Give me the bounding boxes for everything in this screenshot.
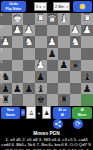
share-button[interactable] xyxy=(53,119,63,129)
piece-bB[interactable]: ♝ xyxy=(83,72,92,82)
flip-sides-button[interactable]: Undo Flip Sides xyxy=(1,1,26,12)
square-d8[interactable] xyxy=(47,94,59,106)
ai-move-button[interactable]: AI Move xyxy=(72,107,92,119)
square-h7[interactable]: 7♟ xyxy=(0,83,12,95)
square-g3[interactable] xyxy=(12,36,24,48)
square-h2[interactable]: 2 xyxy=(0,25,12,37)
square-g5[interactable] xyxy=(12,60,24,72)
square-e8[interactable]: ♚ xyxy=(35,94,47,106)
square-a8[interactable] xyxy=(81,94,93,106)
square-e4[interactable] xyxy=(35,48,47,60)
square-c7[interactable] xyxy=(58,83,70,95)
piece-bP[interactable]: ♟ xyxy=(13,83,22,93)
piece-wQ[interactable]: ♛ xyxy=(48,14,57,24)
piece-bK[interactable]: ♚ xyxy=(36,95,45,105)
square-c2[interactable] xyxy=(58,25,70,37)
icon-row: ⟳ xyxy=(0,119,93,130)
ai-vs-ai-label-2: AI xyxy=(61,113,64,118)
rank-label: 5 xyxy=(1,60,3,64)
share-icon xyxy=(55,121,61,127)
hint-button[interactable] xyxy=(73,1,92,12)
square-e5[interactable]: ♟ xyxy=(35,60,47,72)
top-toolbar: Undo Flip Sides 5 s ▾ 2 Min ▾ xyxy=(0,0,93,13)
square-b5[interactable]: ♛ xyxy=(70,60,82,72)
refresh-icon: ⟳ xyxy=(75,121,80,128)
rank-label: 2 xyxy=(1,25,3,29)
piece-bQ[interactable]: ♛ xyxy=(71,60,80,70)
square-b1[interactable] xyxy=(70,13,82,25)
white-piece-spinner[interactable]: ♙ xyxy=(26,106,36,119)
square-c6[interactable] xyxy=(58,71,70,83)
square-g6[interactable] xyxy=(12,71,24,83)
square-b8[interactable] xyxy=(70,94,82,106)
rank-label: 4 xyxy=(1,48,3,52)
square-h4[interactable]: 4 xyxy=(0,48,12,60)
square-f4[interactable] xyxy=(23,48,35,60)
square-d5[interactable] xyxy=(47,60,59,72)
black-pawn-icon: ♟ xyxy=(44,109,49,116)
pgn-line: d3 Bd6 10. Nbd2 Nh6 11. Re1 Ba6 12. h3 c… xyxy=(0,148,93,150)
piece-wP[interactable]: ♟ xyxy=(25,25,34,35)
plus-label: + xyxy=(38,110,41,116)
piece-bP[interactable]: ♟ xyxy=(1,83,10,93)
square-e3[interactable] xyxy=(35,36,47,48)
piece-wN[interactable]: ♞ xyxy=(25,37,34,47)
piece-bN[interactable]: ♞ xyxy=(1,72,10,82)
flip-sides-label: Flip Sides xyxy=(5,7,21,12)
piece-bP[interactable]: ♟ xyxy=(59,60,68,70)
square-g2[interactable]: ♟ xyxy=(12,25,24,37)
square-b6[interactable] xyxy=(70,71,82,83)
square-e7[interactable]: ♝ xyxy=(35,83,47,95)
square-a2[interactable]: ♟ xyxy=(81,25,93,37)
time-spinner[interactable]: 5 s ▾ xyxy=(34,2,47,11)
square-f2[interactable]: ♟ xyxy=(23,25,35,37)
chevron-down-icon: ▾ xyxy=(43,5,45,9)
piece-wB[interactable]: ♝ xyxy=(59,14,68,24)
square-h1[interactable]: 1 xyxy=(0,13,12,25)
piece-wN[interactable]: ♞ xyxy=(71,37,80,47)
piece-wP[interactable]: ♟ xyxy=(48,37,57,47)
level-spinner-value: 2 Min xyxy=(55,5,64,9)
square-f5[interactable] xyxy=(23,60,35,72)
piece-bR[interactable]: ♜ xyxy=(59,95,68,105)
square-a6[interactable]: ♝ xyxy=(81,71,93,83)
square-f3[interactable]: ♞ xyxy=(23,36,35,48)
pgn-title: Moves PGN xyxy=(0,131,93,136)
square-b3[interactable]: ♞ xyxy=(70,36,82,48)
piece-wK[interactable]: ♚ xyxy=(13,14,22,24)
rank-label: 1 xyxy=(1,13,3,17)
piece-wP[interactable]: ♟ xyxy=(36,60,45,70)
square-f7[interactable]: ♟ xyxy=(23,83,35,95)
square-a4[interactable] xyxy=(81,48,93,60)
square-e2[interactable] xyxy=(35,25,47,37)
square-b2[interactable]: ♟ xyxy=(70,25,82,37)
pgn-section: Moves PGN 1. e4 d5 2. e5 d4 3. Nf3 e6 4.… xyxy=(0,131,93,150)
square-c1[interactable]: ♝ xyxy=(58,13,70,25)
square-a5[interactable] xyxy=(81,60,93,72)
square-g8[interactable] xyxy=(12,94,24,106)
square-d3[interactable]: ♟ xyxy=(47,36,59,48)
square-a1[interactable]: ♜ xyxy=(81,13,93,25)
square-f6[interactable] xyxy=(23,71,35,83)
square-a7[interactable]: ♟ xyxy=(81,83,93,95)
lightbulb-icon xyxy=(80,4,85,9)
piece-bP[interactable]: ♟ xyxy=(25,83,34,93)
chess-board[interactable]: 1♚♜♛♝♜2♟♟♟♟3♟♞♟♞4♟5♟♟♛6♞♟♝7♟♟♟♝♟8♜♚♜ xyxy=(0,13,93,106)
time-spinner-value: 5 s xyxy=(36,5,41,9)
ai-move-label-2: Move xyxy=(78,113,87,118)
square-a3[interactable] xyxy=(81,36,93,48)
piece-bP[interactable]: ♟ xyxy=(83,83,92,93)
square-g7[interactable]: ♟ xyxy=(12,83,24,95)
piece-wP[interactable]: ♟ xyxy=(1,37,10,47)
level-spinner[interactable]: 2 Min ▾ xyxy=(53,2,70,11)
square-g1[interactable]: ♚ xyxy=(12,13,24,25)
piece-bB[interactable]: ♝ xyxy=(36,83,45,93)
refresh-button[interactable]: ⟳ xyxy=(73,119,83,129)
white-pawn-icon: ♙ xyxy=(29,109,34,116)
piece-wP[interactable]: ♟ xyxy=(71,25,80,35)
square-h8[interactable]: 8♜ xyxy=(0,94,12,106)
square-c5[interactable]: ♟ xyxy=(58,60,70,72)
black-piece-spinner[interactable]: ♟ xyxy=(42,106,52,119)
square-e6[interactable]: ♟ xyxy=(35,71,47,83)
bottom-toolbar: New Game 0 ♙ + ♟ AI vs AI AI Move xyxy=(0,106,93,119)
square-c3[interactable] xyxy=(58,36,70,48)
square-c8[interactable]: ♜ xyxy=(58,94,70,106)
square-f1[interactable] xyxy=(23,13,35,25)
square-d7[interactable] xyxy=(47,83,59,95)
square-g4[interactable] xyxy=(12,48,24,60)
square-d6[interactable] xyxy=(47,71,59,83)
piece-wR[interactable]: ♜ xyxy=(83,14,92,24)
piece-bR[interactable]: ♜ xyxy=(1,95,10,105)
square-e1[interactable]: ♜ xyxy=(35,13,47,25)
square-d2[interactable] xyxy=(47,25,59,37)
square-b7[interactable] xyxy=(70,83,82,95)
piece-wP[interactable]: ♟ xyxy=(13,25,22,35)
piece-bP[interactable]: ♟ xyxy=(36,72,45,82)
chevron-down-icon: ▾ xyxy=(66,5,68,9)
piece-wP[interactable]: ♟ xyxy=(83,25,92,35)
square-h6[interactable]: 6♞ xyxy=(0,71,12,83)
square-h3[interactable]: 3♟ xyxy=(0,36,12,48)
square-b4[interactable] xyxy=(70,48,82,60)
piece-wR[interactable]: ♜ xyxy=(36,14,45,24)
new-game-label-2: Game xyxy=(6,113,15,118)
ai-vs-ai-button[interactable]: AI vs AI xyxy=(53,107,71,119)
square-h5[interactable]: 5 xyxy=(0,60,12,72)
piece-bP[interactable]: ♟ xyxy=(48,48,57,58)
new-game-button[interactable]: New Game xyxy=(1,107,20,119)
square-d4[interactable]: ♟ xyxy=(47,48,59,60)
square-c4[interactable] xyxy=(58,48,70,60)
counter-badge: 0 xyxy=(21,109,26,116)
square-f8[interactable] xyxy=(23,94,35,106)
square-d1[interactable]: ♛ xyxy=(47,13,59,25)
